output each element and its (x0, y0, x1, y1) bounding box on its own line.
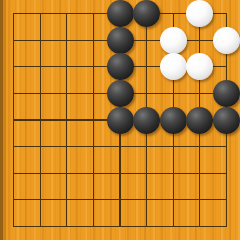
black-stone (133, 107, 160, 134)
black-stone (160, 107, 187, 134)
black-stone (107, 53, 134, 80)
black-stone (107, 80, 134, 107)
white-stone (213, 27, 240, 54)
go-board[interactable] (0, 0, 240, 240)
white-stone (160, 53, 187, 80)
black-stone (107, 107, 134, 134)
black-stone (213, 80, 240, 107)
black-stone (186, 107, 213, 134)
white-stone (186, 53, 213, 80)
white-stone (160, 27, 187, 54)
black-stone (107, 27, 134, 54)
white-stone (186, 0, 213, 27)
black-stone (213, 107, 240, 134)
stones-layer (0, 0, 240, 240)
black-stone (107, 0, 134, 27)
black-stone (133, 0, 160, 27)
